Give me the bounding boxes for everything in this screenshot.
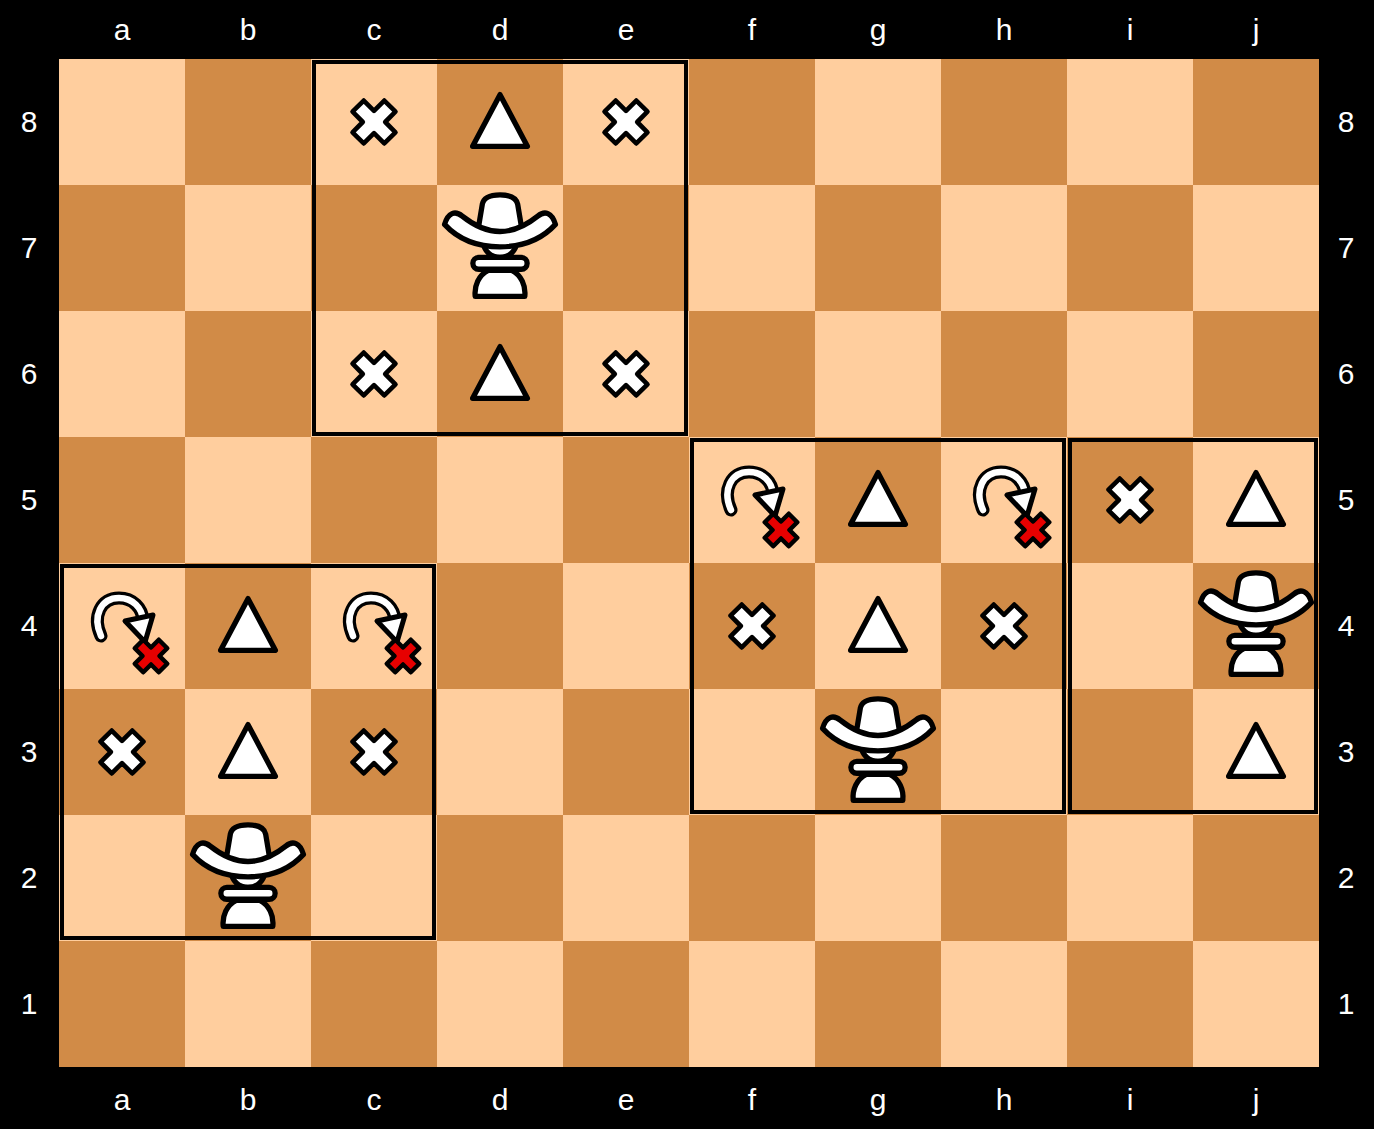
square-f7[interactable] — [689, 185, 815, 311]
file-label-top-h: h — [996, 13, 1013, 47]
rank-label-right-7: 7 — [1338, 231, 1355, 265]
square-a6[interactable] — [59, 311, 185, 437]
square-d1[interactable] — [437, 941, 563, 1067]
square-h2[interactable] — [941, 815, 1067, 941]
rank-label-right-2: 2 — [1338, 861, 1355, 895]
square-j4[interactable] — [1193, 563, 1319, 689]
file-label-bottom-g: g — [870, 1083, 887, 1117]
move-triangle-icon — [1218, 714, 1294, 790]
file-label-bottom-e: e — [618, 1083, 635, 1117]
move-triangle-icon — [462, 336, 538, 412]
square-i7[interactable] — [1067, 185, 1193, 311]
square-h3[interactable] — [941, 689, 1067, 815]
move-cross-icon — [971, 593, 1037, 659]
square-b1[interactable] — [185, 941, 311, 1067]
square-j6[interactable] — [1193, 311, 1319, 437]
board-diagram: aabbccddeeffgghhiijj8877665544332211 — [0, 0, 1374, 1129]
square-d7[interactable] — [437, 185, 563, 311]
square-b4[interactable] — [185, 563, 311, 689]
square-a5[interactable] — [59, 437, 185, 563]
square-e6[interactable] — [563, 311, 689, 437]
square-f8[interactable] — [689, 59, 815, 185]
square-f2[interactable] — [689, 815, 815, 941]
square-b6[interactable] — [185, 311, 311, 437]
square-b3[interactable] — [185, 689, 311, 815]
square-j2[interactable] — [1193, 815, 1319, 941]
square-e1[interactable] — [563, 941, 689, 1067]
file-label-bottom-a: a — [114, 1083, 131, 1117]
rank-label-right-5: 5 — [1338, 483, 1355, 517]
square-f6[interactable] — [689, 311, 815, 437]
move-triangle-icon — [210, 714, 286, 790]
file-label-top-i: i — [1127, 13, 1134, 47]
square-h6[interactable] — [941, 311, 1067, 437]
square-i5[interactable] — [1067, 437, 1193, 563]
cowboy-pawn-icon — [189, 819, 307, 937]
square-c6[interactable] — [311, 311, 437, 437]
move-triangle-icon — [1218, 462, 1294, 538]
move-triangle-icon — [462, 84, 538, 160]
square-h5[interactable] — [941, 437, 1067, 563]
square-d4[interactable] — [437, 563, 563, 689]
file-label-bottom-j: j — [1253, 1083, 1260, 1117]
cowboy-pawn-icon — [1197, 567, 1315, 685]
file-label-bottom-b: b — [240, 1083, 257, 1117]
square-e2[interactable] — [563, 815, 689, 941]
square-a1[interactable] — [59, 941, 185, 1067]
square-f3[interactable] — [689, 689, 815, 815]
file-label-top-g: g — [870, 13, 887, 47]
cowboy-pawn-icon — [819, 693, 937, 811]
file-label-bottom-h: h — [996, 1083, 1013, 1117]
blocked-hop-icon — [337, 589, 437, 689]
square-d8[interactable] — [437, 59, 563, 185]
blocked-hop-icon — [967, 463, 1067, 563]
cowboy-pawn-icon — [441, 189, 559, 307]
square-g7[interactable] — [815, 185, 941, 311]
square-a7[interactable] — [59, 185, 185, 311]
square-h1[interactable] — [941, 941, 1067, 1067]
rank-label-right-3: 3 — [1338, 735, 1355, 769]
file-label-top-d: d — [492, 13, 509, 47]
file-label-bottom-i: i — [1127, 1083, 1134, 1117]
move-cross-icon — [341, 341, 407, 407]
square-c3[interactable] — [311, 689, 437, 815]
rank-label-left-3: 3 — [21, 735, 38, 769]
square-g1[interactable] — [815, 941, 941, 1067]
file-label-bottom-f: f — [748, 1083, 756, 1117]
square-c2[interactable] — [311, 815, 437, 941]
square-j7[interactable] — [1193, 185, 1319, 311]
square-d3[interactable] — [437, 689, 563, 815]
rank-label-left-4: 4 — [21, 609, 38, 643]
move-cross-icon — [341, 719, 407, 785]
square-f5[interactable] — [689, 437, 815, 563]
square-f1[interactable] — [689, 941, 815, 1067]
square-c7[interactable] — [311, 185, 437, 311]
rank-label-left-7: 7 — [21, 231, 38, 265]
square-a4[interactable] — [59, 563, 185, 689]
game-board — [59, 59, 1319, 1067]
square-a2[interactable] — [59, 815, 185, 941]
square-c1[interactable] — [311, 941, 437, 1067]
file-label-top-b: b — [240, 13, 257, 47]
square-c8[interactable] — [311, 59, 437, 185]
square-e3[interactable] — [563, 689, 689, 815]
rank-label-left-6: 6 — [21, 357, 38, 391]
square-b5[interactable] — [185, 437, 311, 563]
square-h7[interactable] — [941, 185, 1067, 311]
square-i3[interactable] — [1067, 689, 1193, 815]
move-cross-icon — [341, 89, 407, 155]
square-e8[interactable] — [563, 59, 689, 185]
rank-label-right-1: 1 — [1338, 987, 1355, 1021]
square-e5[interactable] — [563, 437, 689, 563]
file-label-top-c: c — [367, 13, 382, 47]
square-b7[interactable] — [185, 185, 311, 311]
move-triangle-icon — [210, 588, 286, 664]
square-b8[interactable] — [185, 59, 311, 185]
square-i1[interactable] — [1067, 941, 1193, 1067]
square-j8[interactable] — [1193, 59, 1319, 185]
square-d6[interactable] — [437, 311, 563, 437]
move-cross-icon — [719, 593, 785, 659]
file-label-top-j: j — [1253, 13, 1260, 47]
rank-label-right-6: 6 — [1338, 357, 1355, 391]
file-label-bottom-c: c — [367, 1083, 382, 1117]
square-c4[interactable] — [311, 563, 437, 689]
rank-label-left-1: 1 — [21, 987, 38, 1021]
file-label-top-e: e — [618, 13, 635, 47]
square-d5[interactable] — [437, 437, 563, 563]
square-i6[interactable] — [1067, 311, 1193, 437]
square-d2[interactable] — [437, 815, 563, 941]
square-a8[interactable] — [59, 59, 185, 185]
square-g2[interactable] — [815, 815, 941, 941]
file-label-bottom-d: d — [492, 1083, 509, 1117]
square-g3[interactable] — [815, 689, 941, 815]
square-c5[interactable] — [311, 437, 437, 563]
move-cross-icon — [1097, 467, 1163, 533]
file-label-top-f: f — [748, 13, 756, 47]
square-g8[interactable] — [815, 59, 941, 185]
square-i2[interactable] — [1067, 815, 1193, 941]
move-cross-icon — [593, 89, 659, 155]
blocked-hop-icon — [85, 589, 185, 689]
rank-label-left-2: 2 — [21, 861, 38, 895]
rank-label-right-4: 4 — [1338, 609, 1355, 643]
square-j5[interactable] — [1193, 437, 1319, 563]
square-g6[interactable] — [815, 311, 941, 437]
rank-label-left-5: 5 — [21, 483, 38, 517]
square-b2[interactable] — [185, 815, 311, 941]
rank-label-right-8: 8 — [1338, 105, 1355, 139]
move-triangle-icon — [840, 462, 916, 538]
move-cross-icon — [89, 719, 155, 785]
move-triangle-icon — [840, 588, 916, 664]
file-label-top-a: a — [114, 13, 131, 47]
square-i4[interactable] — [1067, 563, 1193, 689]
rank-label-left-8: 8 — [21, 105, 38, 139]
square-g4[interactable] — [815, 563, 941, 689]
square-e7[interactable] — [563, 185, 689, 311]
square-h8[interactable] — [941, 59, 1067, 185]
square-j1[interactable] — [1193, 941, 1319, 1067]
square-e4[interactable] — [563, 563, 689, 689]
square-i8[interactable] — [1067, 59, 1193, 185]
square-j3[interactable] — [1193, 689, 1319, 815]
square-f4[interactable] — [689, 563, 815, 689]
square-h4[interactable] — [941, 563, 1067, 689]
move-cross-icon — [593, 341, 659, 407]
square-a3[interactable] — [59, 689, 185, 815]
blocked-hop-icon — [715, 463, 815, 563]
square-g5[interactable] — [815, 437, 941, 563]
